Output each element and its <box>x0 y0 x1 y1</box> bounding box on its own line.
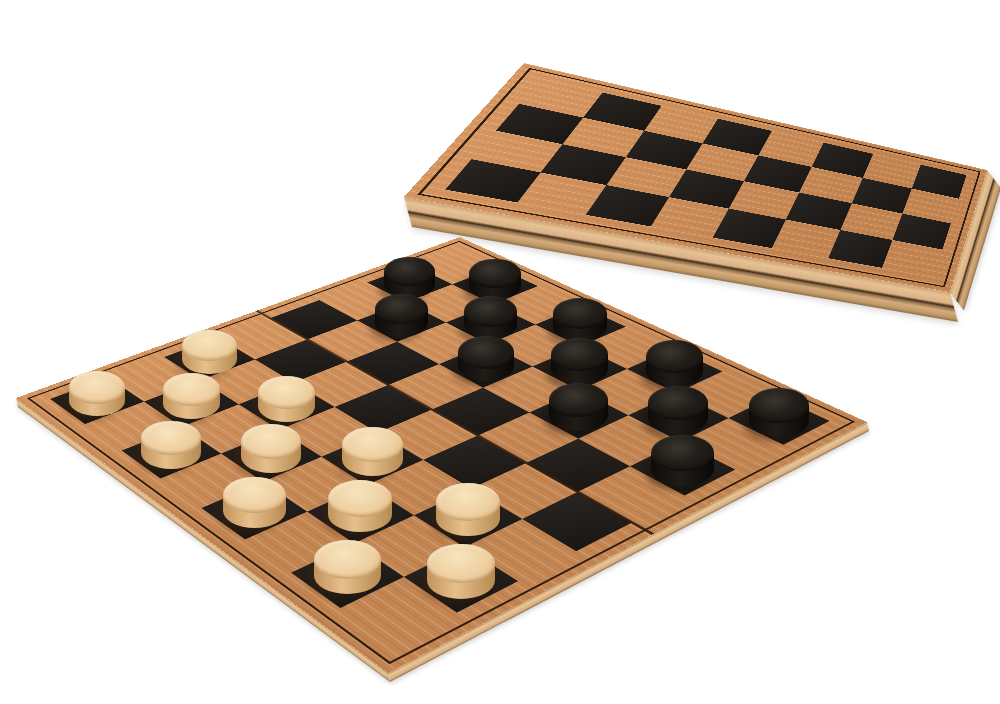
product-photo-scene <box>0 0 1000 704</box>
open-checkers-board <box>16 237 867 673</box>
open-board-border-line <box>27 241 855 664</box>
